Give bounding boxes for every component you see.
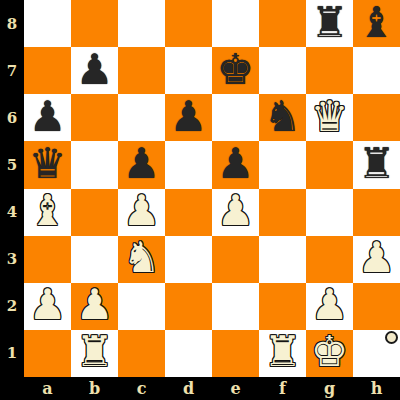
square-f2[interactable] <box>259 283 306 330</box>
file-label-h: h <box>353 377 400 400</box>
square-h3[interactable]: ♟ <box>353 236 400 283</box>
square-c7[interactable] <box>118 47 165 94</box>
square-d5[interactable] <box>165 141 212 188</box>
square-b6[interactable] <box>71 94 118 141</box>
piece-white-knight: ♞ <box>123 237 161 279</box>
square-f5[interactable] <box>259 141 306 188</box>
file-label-g: g <box>306 377 353 400</box>
square-c6[interactable] <box>118 94 165 141</box>
piece-black-bishop: ♝ <box>358 2 396 44</box>
piece-black-rook: ♜ <box>311 2 349 44</box>
piece-black-pawn: ♟ <box>76 49 114 91</box>
white-to-move-indicator-icon <box>385 331 398 344</box>
square-e6[interactable] <box>212 94 259 141</box>
square-e2[interactable] <box>212 283 259 330</box>
square-f8[interactable] <box>259 0 306 47</box>
square-g5[interactable] <box>306 141 353 188</box>
piece-white-bishop: ♝ <box>29 190 67 232</box>
square-d3[interactable] <box>165 236 212 283</box>
square-b1[interactable]: ♜ <box>71 330 118 377</box>
rank-label-8: 8 <box>0 0 24 47</box>
square-c2[interactable] <box>118 283 165 330</box>
square-h5[interactable]: ♜ <box>353 141 400 188</box>
square-g2[interactable]: ♟ <box>306 283 353 330</box>
square-g7[interactable] <box>306 47 353 94</box>
square-h6[interactable] <box>353 94 400 141</box>
piece-white-pawn: ♟ <box>29 284 67 326</box>
square-b2[interactable]: ♟ <box>71 283 118 330</box>
piece-white-queen: ♛ <box>311 96 349 138</box>
square-a4[interactable]: ♝ <box>24 189 71 236</box>
square-g6[interactable]: ♛ <box>306 94 353 141</box>
square-d8[interactable] <box>165 0 212 47</box>
piece-white-rook: ♜ <box>264 331 302 373</box>
square-g8[interactable]: ♜ <box>306 0 353 47</box>
piece-black-pawn: ♟ <box>29 96 67 138</box>
piece-white-pawn: ♟ <box>76 284 114 326</box>
square-a1[interactable] <box>24 330 71 377</box>
piece-black-pawn: ♟ <box>217 143 255 185</box>
square-g3[interactable] <box>306 236 353 283</box>
piece-black-king: ♚ <box>217 49 255 91</box>
square-b5[interactable] <box>71 141 118 188</box>
square-g1[interactable]: ♚ <box>306 330 353 377</box>
square-d2[interactable] <box>165 283 212 330</box>
piece-white-pawn: ♟ <box>358 237 396 279</box>
square-f1[interactable]: ♜ <box>259 330 306 377</box>
rank-labels: 87654321 <box>0 0 24 377</box>
square-f6[interactable]: ♞ <box>259 94 306 141</box>
piece-white-pawn: ♟ <box>217 190 255 232</box>
piece-black-pawn: ♟ <box>123 143 161 185</box>
square-d6[interactable]: ♟ <box>165 94 212 141</box>
square-e3[interactable] <box>212 236 259 283</box>
square-g4[interactable] <box>306 189 353 236</box>
rank-label-3: 3 <box>0 236 24 283</box>
file-label-f: f <box>259 377 306 400</box>
square-b4[interactable] <box>71 189 118 236</box>
file-label-a: a <box>24 377 71 400</box>
square-b8[interactable] <box>71 0 118 47</box>
rank-label-2: 2 <box>0 283 24 330</box>
chess-diagram: ♜♝♟♚♟♟♞♛♛♟♟♜♝♟♟♞♟♟♟♟♜♜♚ 87654321 abcdefg… <box>0 0 400 400</box>
square-h8[interactable]: ♝ <box>353 0 400 47</box>
square-f4[interactable] <box>259 189 306 236</box>
square-h7[interactable] <box>353 47 400 94</box>
square-f3[interactable] <box>259 236 306 283</box>
square-a7[interactable] <box>24 47 71 94</box>
square-c3[interactable]: ♞ <box>118 236 165 283</box>
square-d1[interactable] <box>165 330 212 377</box>
square-e1[interactable] <box>212 330 259 377</box>
square-c1[interactable] <box>118 330 165 377</box>
square-c4[interactable]: ♟ <box>118 189 165 236</box>
square-c8[interactable] <box>118 0 165 47</box>
square-a6[interactable]: ♟ <box>24 94 71 141</box>
square-b3[interactable] <box>71 236 118 283</box>
square-d4[interactable] <box>165 189 212 236</box>
piece-black-pawn: ♟ <box>170 96 208 138</box>
file-label-b: b <box>71 377 118 400</box>
square-d7[interactable] <box>165 47 212 94</box>
piece-white-rook: ♜ <box>76 331 114 373</box>
piece-black-queen: ♛ <box>29 143 67 185</box>
rank-label-7: 7 <box>0 47 24 94</box>
rank-label-5: 5 <box>0 141 24 188</box>
file-label-c: c <box>118 377 165 400</box>
file-label-d: d <box>165 377 212 400</box>
square-a2[interactable]: ♟ <box>24 283 71 330</box>
piece-white-pawn: ♟ <box>311 284 349 326</box>
file-labels: abcdefgh <box>24 377 400 400</box>
piece-white-pawn: ♟ <box>123 190 161 232</box>
square-e8[interactable] <box>212 0 259 47</box>
square-a3[interactable] <box>24 236 71 283</box>
square-b7[interactable]: ♟ <box>71 47 118 94</box>
square-a5[interactable]: ♛ <box>24 141 71 188</box>
square-h2[interactable] <box>353 283 400 330</box>
square-e7[interactable]: ♚ <box>212 47 259 94</box>
piece-white-king: ♚ <box>311 331 349 373</box>
piece-black-rook: ♜ <box>358 143 396 185</box>
square-h4[interactable] <box>353 189 400 236</box>
square-e5[interactable]: ♟ <box>212 141 259 188</box>
square-a8[interactable] <box>24 0 71 47</box>
rank-label-4: 4 <box>0 189 24 236</box>
square-c5[interactable]: ♟ <box>118 141 165 188</box>
file-label-e: e <box>212 377 259 400</box>
rank-label-6: 6 <box>0 94 24 141</box>
rank-label-1: 1 <box>0 330 24 377</box>
chess-board[interactable]: ♜♝♟♚♟♟♞♛♛♟♟♜♝♟♟♞♟♟♟♟♜♜♚ <box>24 0 400 377</box>
square-e4[interactable]: ♟ <box>212 189 259 236</box>
square-f7[interactable] <box>259 47 306 94</box>
piece-black-knight: ♞ <box>264 96 302 138</box>
